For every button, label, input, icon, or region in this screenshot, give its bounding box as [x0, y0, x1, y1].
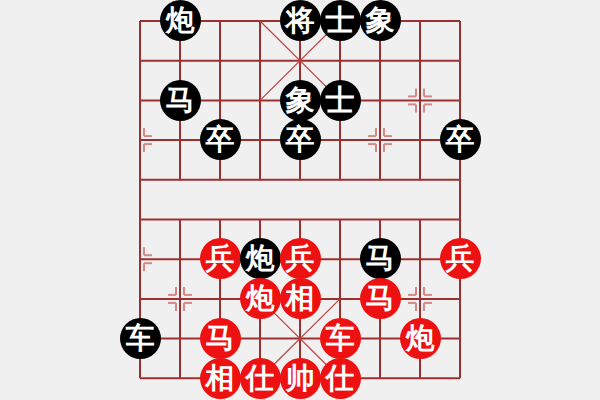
piece-black-cannon[interactable]: 炮	[240, 238, 281, 279]
piece-red-advisor[interactable]: 仕	[240, 358, 281, 399]
piece-black-soldier[interactable]: 卒	[440, 119, 481, 160]
piece-red-horse[interactable]: 马	[200, 318, 241, 359]
piece-red-soldier[interactable]: 兵	[200, 238, 241, 279]
piece-black-horse[interactable]: 马	[360, 238, 401, 279]
piece-red-elephant[interactable]: 相	[200, 358, 241, 399]
piece-red-elephant[interactable]: 相	[280, 278, 321, 319]
xiangqi-board: 炮将士象马象士卒卒卒兵炮兵马兵炮相马车马车炮相仕帅仕	[120, 1, 480, 398]
piece-black-cannon[interactable]: 炮	[160, 0, 201, 41]
piece-black-elephant[interactable]: 象	[280, 80, 321, 121]
piece-red-soldier[interactable]: 兵	[280, 238, 321, 279]
piece-black-elephant[interactable]: 象	[360, 0, 401, 41]
piece-red-chariot[interactable]: 车	[320, 318, 361, 359]
piece-red-cannon[interactable]: 炮	[400, 318, 441, 359]
piece-black-advisor[interactable]: 士	[320, 80, 361, 121]
piece-black-general[interactable]: 将	[280, 0, 321, 41]
piece-black-chariot[interactable]: 车	[120, 318, 161, 359]
piece-red-soldier[interactable]: 兵	[440, 238, 481, 279]
piece-red-advisor[interactable]: 仕	[320, 358, 361, 399]
piece-black-soldier[interactable]: 卒	[200, 119, 241, 160]
xiangqi-app: 炮将士象马象士卒卒卒兵炮兵马兵炮相马车马车炮相仕帅仕	[0, 0, 600, 400]
piece-black-advisor[interactable]: 士	[320, 0, 361, 41]
piece-black-horse[interactable]: 马	[160, 80, 201, 121]
piece-red-cannon[interactable]: 炮	[240, 278, 281, 319]
piece-red-horse[interactable]: 马	[360, 278, 401, 319]
piece-black-soldier[interactable]: 卒	[280, 119, 321, 160]
piece-red-general[interactable]: 帅	[280, 358, 321, 399]
